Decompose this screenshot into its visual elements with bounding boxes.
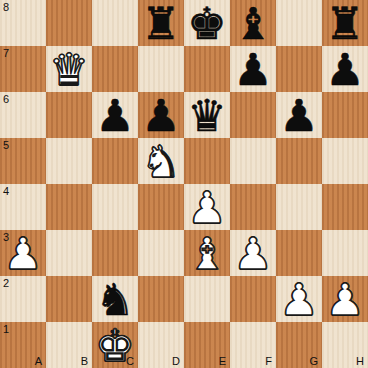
square-e2[interactable] (184, 276, 230, 322)
square-c2[interactable]: ♞ (92, 276, 138, 322)
file-label-a: A (35, 355, 42, 367)
white-knight[interactable]: ♞ (138, 138, 184, 184)
square-d8[interactable]: ♜ (138, 0, 184, 46)
black-rook[interactable]: ♜ (138, 0, 184, 46)
square-d1[interactable]: D (138, 322, 184, 368)
square-h2[interactable]: ♟ (322, 276, 368, 322)
board-grid: 8♜♚♝♜7♛♟♟6♟♟♛♟5♞4♟3♟♝♟2♞♟♟1ABC♚DEFGH (0, 0, 368, 368)
square-e1[interactable]: E (184, 322, 230, 368)
square-a6[interactable]: 6 (0, 92, 46, 138)
square-f6[interactable] (230, 92, 276, 138)
square-h7[interactable]: ♟ (322, 46, 368, 92)
file-label-f: F (265, 355, 272, 367)
square-g2[interactable]: ♟ (276, 276, 322, 322)
rank-label-8: 8 (3, 1, 9, 13)
square-d7[interactable] (138, 46, 184, 92)
square-e3[interactable]: ♝ (184, 230, 230, 276)
square-g6[interactable]: ♟ (276, 92, 322, 138)
white-pawn[interactable]: ♟ (184, 184, 230, 230)
square-d5[interactable]: ♞ (138, 138, 184, 184)
square-h3[interactable] (322, 230, 368, 276)
square-a5[interactable]: 5 (0, 138, 46, 184)
square-b7[interactable]: ♛ (46, 46, 92, 92)
square-b2[interactable] (46, 276, 92, 322)
square-g7[interactable] (276, 46, 322, 92)
black-king[interactable]: ♚ (184, 0, 230, 46)
square-g4[interactable] (276, 184, 322, 230)
square-c7[interactable] (92, 46, 138, 92)
black-queen[interactable]: ♛ (184, 92, 230, 138)
square-g8[interactable] (276, 0, 322, 46)
square-b5[interactable] (46, 138, 92, 184)
square-d3[interactable] (138, 230, 184, 276)
rank-label-6: 6 (3, 93, 9, 105)
square-g3[interactable] (276, 230, 322, 276)
square-a3[interactable]: 3♟ (0, 230, 46, 276)
square-b3[interactable] (46, 230, 92, 276)
square-e7[interactable] (184, 46, 230, 92)
black-pawn[interactable]: ♟ (138, 92, 184, 138)
white-pawn[interactable]: ♟ (322, 276, 368, 322)
square-a1[interactable]: 1A (0, 322, 46, 368)
square-f1[interactable]: F (230, 322, 276, 368)
rank-label-1: 1 (3, 323, 9, 335)
square-d2[interactable] (138, 276, 184, 322)
rank-label-4: 4 (3, 185, 9, 197)
square-f7[interactable]: ♟ (230, 46, 276, 92)
white-queen[interactable]: ♛ (46, 46, 92, 92)
black-pawn[interactable]: ♟ (322, 46, 368, 92)
file-label-g: G (309, 355, 318, 367)
square-c3[interactable] (92, 230, 138, 276)
file-label-b: B (81, 355, 88, 367)
square-c4[interactable] (92, 184, 138, 230)
rank-label-5: 5 (3, 139, 9, 151)
square-b6[interactable] (46, 92, 92, 138)
square-f5[interactable] (230, 138, 276, 184)
square-e6[interactable]: ♛ (184, 92, 230, 138)
square-a7[interactable]: 7 (0, 46, 46, 92)
square-c1[interactable]: C♚ (92, 322, 138, 368)
black-rook[interactable]: ♜ (322, 0, 368, 46)
square-c6[interactable]: ♟ (92, 92, 138, 138)
white-pawn[interactable]: ♟ (230, 230, 276, 276)
square-c8[interactable] (92, 0, 138, 46)
rank-label-2: 2 (3, 277, 9, 289)
square-h1[interactable]: H (322, 322, 368, 368)
file-label-e: E (219, 355, 226, 367)
square-h8[interactable]: ♜ (322, 0, 368, 46)
square-c5[interactable] (92, 138, 138, 184)
square-h4[interactable] (322, 184, 368, 230)
square-d4[interactable] (138, 184, 184, 230)
white-pawn[interactable]: ♟ (276, 276, 322, 322)
square-a4[interactable]: 4 (0, 184, 46, 230)
file-label-c: C (126, 355, 134, 367)
square-g5[interactable] (276, 138, 322, 184)
square-f8[interactable]: ♝ (230, 0, 276, 46)
black-pawn[interactable]: ♟ (276, 92, 322, 138)
black-bishop[interactable]: ♝ (230, 0, 276, 46)
square-e4[interactable]: ♟ (184, 184, 230, 230)
square-a2[interactable]: 2 (0, 276, 46, 322)
square-b4[interactable] (46, 184, 92, 230)
rank-label-7: 7 (3, 47, 9, 59)
file-label-d: D (172, 355, 180, 367)
chess-board: 8♜♚♝♜7♛♟♟6♟♟♛♟5♞4♟3♟♝♟2♞♟♟1ABC♚DEFGH (0, 0, 368, 368)
square-e8[interactable]: ♚ (184, 0, 230, 46)
square-g1[interactable]: G (276, 322, 322, 368)
black-knight[interactable]: ♞ (92, 276, 138, 322)
square-a8[interactable]: 8 (0, 0, 46, 46)
square-b8[interactable] (46, 0, 92, 46)
rank-label-3: 3 (3, 231, 9, 243)
black-pawn[interactable]: ♟ (230, 46, 276, 92)
square-e5[interactable] (184, 138, 230, 184)
black-pawn[interactable]: ♟ (92, 92, 138, 138)
square-h5[interactable] (322, 138, 368, 184)
square-d6[interactable]: ♟ (138, 92, 184, 138)
square-f3[interactable]: ♟ (230, 230, 276, 276)
square-f2[interactable] (230, 276, 276, 322)
white-bishop[interactable]: ♝ (184, 230, 230, 276)
square-b1[interactable]: B (46, 322, 92, 368)
square-f4[interactable] (230, 184, 276, 230)
square-h6[interactable] (322, 92, 368, 138)
file-label-h: H (356, 355, 364, 367)
